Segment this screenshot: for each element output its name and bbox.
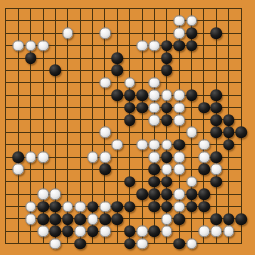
black-stone [211,102,223,114]
black-stone [12,151,24,163]
black-stone [161,40,173,52]
white-stone [173,164,185,176]
white-stone [99,127,111,139]
black-stone [74,213,86,225]
black-stone [112,52,124,64]
white-stone [186,238,198,250]
black-stone [112,89,124,101]
black-stone [124,201,136,213]
white-stone [136,238,148,250]
black-stone [211,127,223,139]
white-stone [149,102,161,114]
white-stone [99,151,111,163]
black-stone [211,89,223,101]
black-stone [87,226,99,238]
black-stone [124,176,136,188]
black-stone [149,164,161,176]
black-stone [149,176,161,188]
black-stone [99,213,111,225]
white-stone [198,226,210,238]
black-stone [211,176,223,188]
black-stone [136,89,148,101]
black-stone [149,226,161,238]
black-stone [161,65,173,77]
white-stone [99,201,111,213]
black-stone [161,102,173,114]
black-stone [50,226,62,238]
grid-line-horizontal [5,70,241,71]
grid-line-horizontal [5,8,241,9]
white-stone [173,89,185,101]
white-stone [25,213,37,225]
white-stone [112,139,124,151]
black-stone [235,127,247,139]
black-stone [136,188,148,200]
black-stone [161,176,173,188]
black-stone [186,40,198,52]
black-stone [186,188,198,200]
black-stone [161,201,173,213]
white-stone [25,201,37,213]
white-stone [99,77,111,89]
white-stone [25,151,37,163]
white-stone [161,89,173,101]
white-stone [62,201,74,213]
white-stone [74,226,86,238]
white-stone [149,89,161,101]
black-stone [161,52,173,64]
black-stone [112,213,124,225]
black-stone [173,213,185,225]
black-stone [186,27,198,39]
white-stone [50,188,62,200]
white-stone [198,151,210,163]
white-stone [173,102,185,114]
black-stone [136,102,148,114]
black-stone [149,188,161,200]
white-stone [37,188,49,200]
white-stone [25,40,37,52]
black-stone [87,201,99,213]
black-stone [198,102,210,114]
white-stone [74,201,86,213]
black-stone [37,213,49,225]
black-stone [99,164,111,176]
black-stone [211,27,223,39]
black-stone [112,65,124,77]
black-stone [198,188,210,200]
black-stone [50,65,62,77]
white-stone [161,164,173,176]
white-stone [173,201,185,213]
black-stone [211,213,223,225]
black-stone [223,213,235,225]
black-stone [62,213,74,225]
white-stone [173,27,185,39]
white-stone [161,226,173,238]
black-stone [124,114,136,126]
grid-line-horizontal [5,33,241,34]
black-stone [124,89,136,101]
white-stone [37,151,49,163]
white-stone [136,139,148,151]
black-stone [211,114,223,126]
black-stone [124,238,136,250]
white-stone [149,114,161,126]
black-stone [223,139,235,151]
white-stone [149,151,161,163]
grid-line-horizontal [5,58,241,59]
white-stone [173,114,185,126]
white-stone [50,238,62,250]
white-stone [186,176,198,188]
white-stone [149,77,161,89]
black-stone [173,238,185,250]
white-stone [173,188,185,200]
grid-line-horizontal [5,132,241,133]
white-stone [99,226,111,238]
white-stone [161,213,173,225]
white-stone [37,226,49,238]
white-stone [211,226,223,238]
black-stone [211,151,223,163]
black-stone [124,226,136,238]
black-stone [223,127,235,139]
black-stone [161,151,173,163]
grid-line-vertical [5,8,6,244]
black-stone [198,201,210,213]
black-stone [198,164,210,176]
black-stone [74,238,86,250]
white-stone [186,15,198,27]
white-stone [161,139,173,151]
black-stone [235,213,247,225]
black-stone [62,226,74,238]
white-stone [149,40,161,52]
black-stone [161,188,173,200]
black-stone [124,102,136,114]
white-stone [12,40,24,52]
white-stone [223,226,235,238]
white-stone [136,40,148,52]
black-stone [173,139,185,151]
white-stone [186,127,198,139]
black-stone [112,201,124,213]
white-stone [136,226,148,238]
black-stone [37,201,49,213]
black-stone [161,114,173,126]
white-stone [87,151,99,163]
black-stone [50,201,62,213]
white-stone [124,77,136,89]
black-stone [25,52,37,64]
go-board[interactable] [0,0,255,255]
white-stone [173,15,185,27]
white-stone [87,213,99,225]
white-stone [62,27,74,39]
white-stone [149,139,161,151]
black-stone [223,114,235,126]
white-stone [99,27,111,39]
black-stone [173,40,185,52]
white-stone [37,40,49,52]
black-stone [186,89,198,101]
white-stone [173,151,185,163]
black-stone [186,201,198,213]
white-stone [211,164,223,176]
white-stone [12,164,24,176]
black-stone [50,213,62,225]
black-stone [149,201,161,213]
grid-line-horizontal [5,20,241,21]
white-stone [198,139,210,151]
